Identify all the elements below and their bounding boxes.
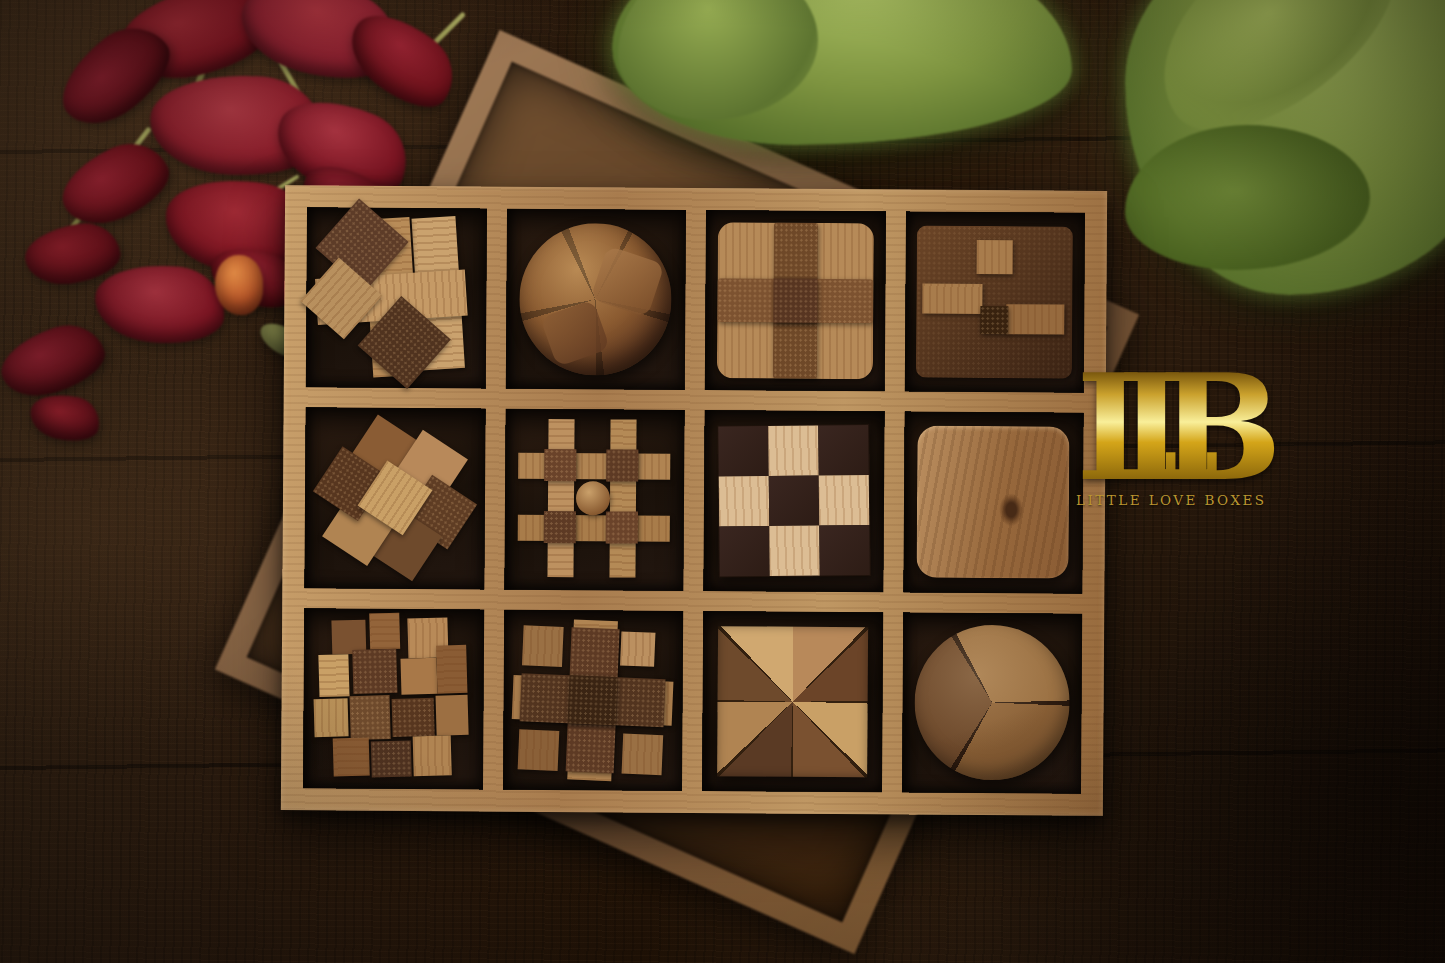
puzzle-piece (606, 450, 638, 482)
puzzle-trisected-disc (914, 625, 1070, 781)
petal (0, 315, 112, 406)
compartment-r3c1 (303, 608, 484, 790)
compartment-r2c1 (304, 408, 485, 590)
compartment-r3c3 (702, 611, 883, 793)
logo-monogram: LLB (1076, 368, 1336, 488)
puzzle-piece (590, 246, 665, 318)
puzzle-ball-piece (576, 482, 610, 516)
puzzle-piece (371, 740, 412, 777)
compartment-r3c2 (502, 609, 683, 791)
puzzle-checkerboard-cube (717, 424, 871, 578)
puzzle-piece (923, 284, 983, 314)
puzzle-piece (436, 645, 467, 694)
puzzle-piece (391, 698, 434, 737)
puzzle-piece (620, 631, 655, 666)
puzzle-diagonal-cross-burr (311, 213, 481, 383)
puzzle-piece (773, 279, 817, 323)
puzzle-piece (1006, 304, 1064, 334)
puzzle-piece (435, 695, 468, 736)
puzzle-piece (522, 625, 564, 667)
puzzle-piece (622, 733, 664, 775)
petal (51, 131, 179, 238)
puzzle-piece (548, 419, 575, 577)
checker-light (718, 476, 769, 527)
puzzle-piece (332, 737, 369, 776)
checker-light (769, 526, 820, 577)
puzzle-piece (318, 654, 349, 697)
puzzle-piece (352, 649, 397, 694)
puzzle-piece (313, 698, 348, 737)
compartment-r2c3 (703, 410, 884, 592)
puzzle-offset-interlock-square (914, 222, 1075, 383)
compartment-r1c1 (306, 207, 487, 389)
puzzle-piece (369, 613, 400, 650)
puzzle-piece (606, 512, 638, 544)
compartment-r2c4 (903, 412, 1084, 594)
compartment-r3c4 (901, 612, 1082, 794)
puzzle-plain-square-tile (917, 426, 1070, 579)
moss-mound-top (612, 0, 1072, 145)
puzzle-lattice-grid-ball (514, 419, 675, 580)
compartment-r1c3 (705, 210, 886, 392)
checker-dark (819, 525, 870, 576)
puzzle-piece (544, 449, 576, 481)
puzzle-piece (518, 453, 670, 480)
checker-dark (768, 476, 819, 527)
puzzle-tray (281, 185, 1107, 816)
puzzle-piece (412, 735, 451, 776)
puzzle-piece (544, 511, 576, 543)
puzzle-piece (518, 729, 560, 771)
puzzle-piece (518, 515, 670, 542)
petal (91, 258, 228, 349)
moss-mound-right (1125, 0, 1445, 295)
puzzle-packed-block-burr (311, 617, 475, 781)
puzzle-piece (610, 420, 637, 578)
flower-bud (215, 255, 263, 315)
checker-light (768, 426, 819, 477)
puzzle-star-pyramid (717, 626, 868, 777)
puzzle-piece (540, 299, 610, 367)
compartment-r1c4 (904, 211, 1085, 393)
puzzle-ball-sphere (519, 223, 672, 376)
puzzle-woven-cross-square (715, 220, 876, 381)
puzzle-piece (349, 695, 390, 740)
puzzle-piece (400, 658, 437, 695)
checker-light (818, 475, 869, 526)
checker-dark (718, 426, 769, 477)
puzzle-piece (980, 306, 1008, 334)
puzzle-piece (977, 240, 1013, 274)
brand-logo: LLB LITTLE LOVE BOXES (1076, 368, 1336, 508)
compartment-r2c2 (504, 409, 685, 591)
compartment-r1c2 (505, 209, 686, 391)
puzzle-piece (568, 675, 618, 725)
checker-dark (818, 425, 869, 476)
puzzle-star-diamond-burr (300, 404, 489, 593)
puzzle-plus-cross-burr (510, 617, 677, 784)
petal (26, 388, 104, 447)
checker-dark (719, 526, 770, 577)
